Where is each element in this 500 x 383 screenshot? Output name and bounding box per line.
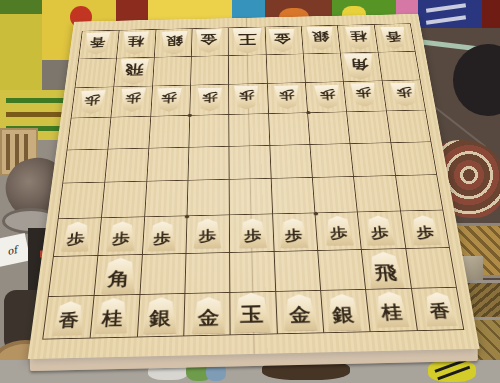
piece-gote-silver[interactable]: 銀	[306, 26, 335, 50]
piece-gote-pawn[interactable]: 歩	[119, 88, 146, 112]
piece-sente-pawn[interactable]: 歩	[193, 218, 222, 248]
piece-gote-pawn[interactable]: 歩	[350, 83, 378, 107]
piece-gote-pawn[interactable]: 歩	[156, 88, 182, 112]
piece-sente-pawn[interactable]: 歩	[147, 221, 177, 251]
piece-sente-pawn[interactable]: 歩	[409, 215, 442, 245]
piece-gote-pawn[interactable]: 歩	[274, 85, 301, 109]
yellow-item-reflection	[428, 360, 476, 382]
piece-kanji: 金	[200, 33, 217, 45]
piece-kanji: 角	[108, 269, 131, 288]
piece-kanji: 歩	[416, 225, 436, 239]
shogi-board-anchor: 香桂銀金王金銀桂香飛角歩歩歩歩歩歩歩歩歩歩歩歩歩歩歩歩歩歩角飛香桂銀金玉金銀桂香	[20, 11, 480, 371]
shelf-box-red-corner	[482, 0, 500, 30]
piece-sente-silver[interactable]: 銀	[142, 297, 178, 334]
piece-kanji: 金	[198, 308, 220, 327]
piece-sente-silver[interactable]: 銀	[325, 294, 362, 331]
piece-sente-lance[interactable]: 香	[51, 301, 86, 336]
piece-gote-silver[interactable]: 銀	[160, 31, 188, 55]
piece-sente-gold[interactable]: 金	[282, 294, 318, 331]
piece-kanji: 桂	[380, 303, 403, 321]
piece-kanji: 銀	[311, 31, 329, 43]
piece-kanji: 歩	[279, 90, 295, 102]
piece-kanji: 歩	[199, 228, 217, 242]
piece-kanji: 角	[349, 58, 369, 71]
piece-sente-knight[interactable]: 桂	[373, 291, 410, 327]
piece-kanji: 銀	[332, 305, 355, 324]
rack-slats	[6, 134, 10, 170]
piece-kanji: 歩	[125, 93, 141, 105]
piece-kanji: 歩	[66, 231, 85, 245]
piece-kanji: 香	[89, 36, 106, 47]
piece-kanji: 香	[385, 31, 402, 42]
pieces-layer: 香桂銀金王金銀桂香飛角歩歩歩歩歩歩歩歩歩歩歩歩歩歩歩歩歩歩角飛香桂銀金玉金銀桂香	[42, 23, 464, 339]
piece-kanji: 歩	[355, 87, 372, 99]
piece-kanji: 桂	[101, 309, 123, 327]
piece-gote-lance[interactable]: 香	[380, 27, 408, 49]
piece-kanji: 飛	[374, 263, 398, 282]
piece-kanji: 歩	[153, 231, 171, 246]
piece-sente-pawn[interactable]: 歩	[279, 218, 309, 248]
piece-kanji: 歩	[319, 89, 336, 101]
piece-sente-knight[interactable]: 桂	[94, 297, 130, 334]
piece-gote-gold[interactable]: 金	[268, 28, 297, 52]
piece-gote-gold[interactable]: 金	[195, 29, 222, 53]
piece-sente-lance[interactable]: 香	[421, 292, 457, 327]
piece-kanji: 王	[238, 32, 257, 45]
piece-sente-pawn[interactable]: 歩	[60, 221, 92, 251]
piece-sente-pawn[interactable]: 歩	[323, 215, 354, 245]
piece-kanji: 歩	[238, 90, 254, 102]
piece-gote-knight[interactable]: 桂	[121, 31, 149, 55]
piece-gote-king[interactable]: 王	[232, 28, 263, 54]
shogi-board: 香桂銀金王金銀桂香飛角歩歩歩歩歩歩歩歩歩歩歩歩歩歩歩歩歩歩角飛香桂銀金玉金銀桂香	[28, 14, 480, 359]
piece-kanji: 歩	[202, 92, 218, 104]
piece-kanji: 歩	[112, 231, 130, 245]
piece-kanji: 歩	[161, 92, 177, 104]
piece-sente-bishop[interactable]: 角	[100, 257, 138, 294]
piece-gote-pawn[interactable]: 歩	[233, 85, 259, 109]
piece-gote-bishop[interactable]: 角	[343, 53, 376, 79]
piece-kanji: 桂	[127, 36, 144, 48]
piece-gote-pawn[interactable]: 歩	[390, 83, 419, 107]
piece-gote-pawn[interactable]: 歩	[197, 87, 223, 111]
piece-gote-pawn[interactable]: 歩	[78, 90, 106, 114]
piece-gote-pawn[interactable]: 歩	[314, 85, 342, 109]
piece-kanji: 香	[58, 312, 79, 329]
piece-kanji: 桂	[350, 31, 368, 43]
piece-gote-rook[interactable]: 飛	[118, 59, 150, 86]
piece-kanji: 歩	[84, 95, 101, 107]
piece-kanji: 銀	[149, 308, 171, 327]
piece-kanji: 玉	[240, 305, 264, 326]
piece-kanji: 歩	[330, 225, 349, 239]
piece-kanji: 歩	[395, 87, 412, 99]
piece-kanji: 香	[429, 303, 451, 320]
piece-sente-king[interactable]: 玉	[233, 292, 272, 333]
piece-sente-gold[interactable]: 金	[191, 297, 225, 334]
piece-kanji: 歩	[370, 225, 389, 239]
piece-kanji: 飛	[125, 63, 144, 76]
piece-kanji: 歩	[285, 228, 303, 242]
piece-sente-pawn[interactable]: 歩	[364, 215, 396, 245]
piece-sente-pawn[interactable]: 歩	[106, 221, 137, 251]
label-text: of	[6, 244, 18, 257]
piece-kanji: 銀	[165, 35, 183, 47]
piece-gote-knight[interactable]: 桂	[345, 26, 374, 50]
piece-kanji: 金	[289, 305, 311, 324]
piece-kanji: 金	[273, 33, 291, 45]
piece-sente-rook[interactable]: 飛	[366, 252, 405, 289]
shop-display-photo: of 香桂銀金王金銀桂香飛角歩歩歩歩歩歩歩歩歩歩歩歩歩歩歩歩歩歩角飛香桂銀金玉金…	[0, 0, 500, 383]
piece-gote-lance[interactable]: 香	[83, 32, 110, 55]
piece-sente-pawn[interactable]: 歩	[238, 218, 267, 248]
piece-kanji: 歩	[244, 228, 262, 242]
